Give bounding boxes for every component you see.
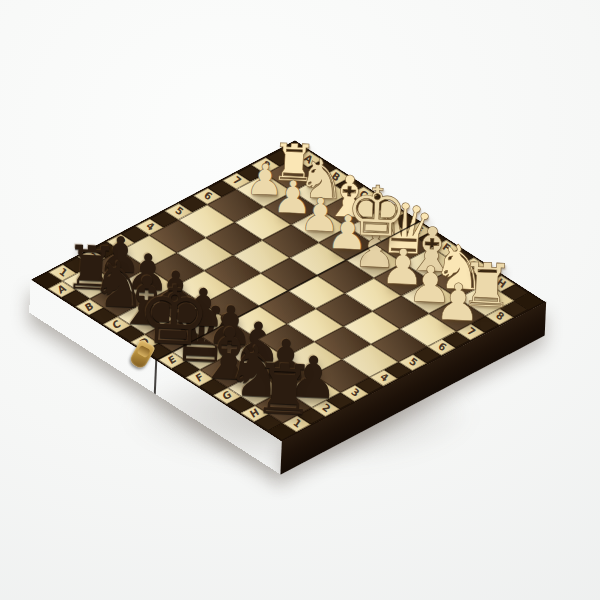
rank-label-text: 3 bbox=[349, 387, 361, 399]
rank-label-text: 6 bbox=[436, 341, 448, 353]
rank-label-text: 5 bbox=[407, 357, 419, 369]
clasp-hook bbox=[137, 345, 151, 358]
chess-set: 12345678 12345678 ABCDEFGH ABCDEFGH ♜♟♟♜… bbox=[0, 0, 600, 600]
board-frame: 12345678 12345678 ABCDEFGH ABCDEFGH ♜♟♟♜… bbox=[31, 140, 545, 441]
square-h1[interactable]: ♜ bbox=[255, 390, 312, 423]
piece-white-pawn[interactable]: ♟ bbox=[325, 208, 369, 257]
fold-seam-on-side bbox=[154, 359, 157, 394]
rank-label-text: 4 bbox=[144, 221, 156, 233]
rank-label-text: 7 bbox=[231, 175, 243, 187]
piece-black-rook[interactable]: ♜ bbox=[252, 354, 317, 426]
piece-white-pawn[interactable]: ♟ bbox=[434, 276, 482, 329]
square-d7[interactable]: ♟ bbox=[319, 227, 376, 260]
photo-scene: 12345678 12345678 ABCDEFGH ABCDEFGH ♜♟♟♜… bbox=[0, 0, 600, 600]
rank-label-text: 4 bbox=[378, 372, 390, 384]
rank-label-text: 5 bbox=[173, 206, 185, 218]
square-h7[interactable]: ♟ bbox=[429, 298, 486, 331]
rank-label-text: 6 bbox=[202, 190, 214, 202]
chessboard: 12345678 12345678 ABCDEFGH ABCDEFGH ♜♟♟♜… bbox=[31, 140, 545, 441]
